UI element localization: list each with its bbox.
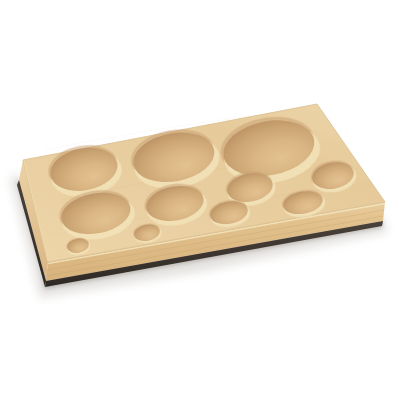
board-illustration	[0, 0, 400, 400]
product-photo-wooden-pit-board	[0, 0, 400, 400]
